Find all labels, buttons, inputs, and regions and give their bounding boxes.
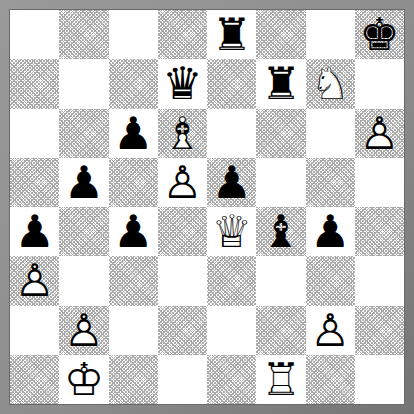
- square-a7[interactable]: [10, 59, 59, 108]
- square-f4[interactable]: ♝: [256, 207, 305, 256]
- piece-glyph: ♚: [355, 10, 404, 59]
- square-a2[interactable]: [10, 306, 59, 355]
- piece-glyph: ♘: [306, 59, 355, 108]
- square-d5[interactable]: ♟♙: [158, 158, 207, 207]
- square-e6[interactable]: [207, 109, 256, 158]
- square-h6[interactable]: ♟♙: [355, 109, 404, 158]
- square-c2[interactable]: [109, 306, 158, 355]
- square-f1[interactable]: ♜♖: [256, 355, 305, 404]
- square-b2[interactable]: ♟♙: [59, 306, 108, 355]
- square-f2[interactable]: [256, 306, 305, 355]
- black-king-h8[interactable]: ♚: [355, 10, 404, 59]
- square-g5[interactable]: [306, 158, 355, 207]
- square-f8[interactable]: [256, 10, 305, 59]
- square-b5[interactable]: ♟: [59, 158, 108, 207]
- square-g6[interactable]: [306, 109, 355, 158]
- square-c8[interactable]: [109, 10, 158, 59]
- piece-glyph: ♟: [109, 109, 158, 158]
- square-a5[interactable]: [10, 158, 59, 207]
- square-f3[interactable]: [256, 256, 305, 305]
- piece-glyph: ♟: [109, 207, 158, 256]
- black-pawn-c6[interactable]: ♟: [109, 109, 158, 158]
- square-c3[interactable]: [109, 256, 158, 305]
- square-h2[interactable]: [355, 306, 404, 355]
- piece-glyph: ♙: [158, 158, 207, 207]
- square-d8[interactable]: [158, 10, 207, 59]
- square-b6[interactable]: [59, 109, 108, 158]
- square-h7[interactable]: [355, 59, 404, 108]
- piece-glyph: ♖: [256, 355, 305, 404]
- square-g4[interactable]: ♟: [306, 207, 355, 256]
- square-e1[interactable]: [207, 355, 256, 404]
- square-e3[interactable]: [207, 256, 256, 305]
- square-g8[interactable]: [306, 10, 355, 59]
- piece-glyph: ♜: [207, 10, 256, 59]
- white-pawn-b2[interactable]: ♟♙: [59, 306, 108, 355]
- square-d4[interactable]: [158, 207, 207, 256]
- square-g3[interactable]: [306, 256, 355, 305]
- piece-glyph: ♟: [10, 207, 59, 256]
- white-pawn-g2[interactable]: ♟♙: [306, 306, 355, 355]
- chess-board: ♜♚♛♜♞♘♟♝♗♟♙♟♟♙♟♟♟♛♕♝♟♟♙♟♙♟♙♚♔♜♖: [10, 10, 404, 404]
- chess-board-frame: ♜♚♛♜♞♘♟♝♗♟♙♟♟♙♟♟♟♛♕♝♟♟♙♟♙♟♙♚♔♜♖: [0, 0, 414, 414]
- black-queen-d7[interactable]: ♛: [158, 59, 207, 108]
- square-g7[interactable]: ♞♘: [306, 59, 355, 108]
- white-queen-e4[interactable]: ♛♕: [207, 207, 256, 256]
- square-e8[interactable]: ♜: [207, 10, 256, 59]
- piece-glyph: ♗: [158, 109, 207, 158]
- black-rook-f7[interactable]: ♜: [256, 59, 305, 108]
- square-b8[interactable]: [59, 10, 108, 59]
- black-rook-e8[interactable]: ♜: [207, 10, 256, 59]
- square-b3[interactable]: [59, 256, 108, 305]
- square-h1[interactable]: [355, 355, 404, 404]
- square-d1[interactable]: [158, 355, 207, 404]
- piece-glyph: ♛: [158, 59, 207, 108]
- square-e5[interactable]: ♟: [207, 158, 256, 207]
- square-g2[interactable]: ♟♙: [306, 306, 355, 355]
- white-king-b1[interactable]: ♚♔: [59, 355, 108, 404]
- square-a8[interactable]: [10, 10, 59, 59]
- piece-glyph: ♜: [256, 59, 305, 108]
- square-d2[interactable]: [158, 306, 207, 355]
- white-pawn-h6[interactable]: ♟♙: [355, 109, 404, 158]
- white-pawn-a3[interactable]: ♟♙: [10, 256, 59, 305]
- square-e7[interactable]: [207, 59, 256, 108]
- piece-glyph: ♟: [207, 158, 256, 207]
- square-h5[interactable]: [355, 158, 404, 207]
- piece-glyph: ♕: [207, 207, 256, 256]
- square-c5[interactable]: [109, 158, 158, 207]
- piece-glyph: ♟: [306, 207, 355, 256]
- square-f5[interactable]: [256, 158, 305, 207]
- square-a1[interactable]: [10, 355, 59, 404]
- piece-glyph: ♙: [355, 109, 404, 158]
- white-rook-f1[interactable]: ♜♖: [256, 355, 305, 404]
- white-bishop-d6[interactable]: ♝♗: [158, 109, 207, 158]
- square-h3[interactable]: [355, 256, 404, 305]
- square-c6[interactable]: ♟: [109, 109, 158, 158]
- square-b7[interactable]: [59, 59, 108, 108]
- black-pawn-g4[interactable]: ♟: [306, 207, 355, 256]
- piece-glyph: ♝: [256, 207, 305, 256]
- square-b1[interactable]: ♚♔: [59, 355, 108, 404]
- white-knight-g7[interactable]: ♞♘: [306, 59, 355, 108]
- black-pawn-b5[interactable]: ♟: [59, 158, 108, 207]
- piece-glyph: ♟: [59, 158, 108, 207]
- square-a6[interactable]: [10, 109, 59, 158]
- square-g1[interactable]: [306, 355, 355, 404]
- square-b4[interactable]: [59, 207, 108, 256]
- piece-glyph: ♙: [306, 306, 355, 355]
- piece-glyph: ♔: [59, 355, 108, 404]
- square-d7[interactable]: ♛: [158, 59, 207, 108]
- square-d3[interactable]: [158, 256, 207, 305]
- white-pawn-d5[interactable]: ♟♙: [158, 158, 207, 207]
- square-c1[interactable]: [109, 355, 158, 404]
- piece-glyph: ♙: [10, 256, 59, 305]
- square-f6[interactable]: [256, 109, 305, 158]
- black-pawn-c4[interactable]: ♟: [109, 207, 158, 256]
- square-a4[interactable]: ♟: [10, 207, 59, 256]
- square-c7[interactable]: [109, 59, 158, 108]
- square-c4[interactable]: ♟: [109, 207, 158, 256]
- square-h4[interactable]: [355, 207, 404, 256]
- square-d6[interactable]: ♝♗: [158, 109, 207, 158]
- square-e4[interactable]: ♛♕: [207, 207, 256, 256]
- square-f7[interactable]: ♜: [256, 59, 305, 108]
- square-e2[interactable]: [207, 306, 256, 355]
- piece-glyph: ♙: [59, 306, 108, 355]
- square-h8[interactable]: ♚: [355, 10, 404, 59]
- black-bishop-f4[interactable]: ♝: [256, 207, 305, 256]
- black-pawn-e5[interactable]: ♟: [207, 158, 256, 207]
- square-a3[interactable]: ♟♙: [10, 256, 59, 305]
- black-pawn-a4[interactable]: ♟: [10, 207, 59, 256]
